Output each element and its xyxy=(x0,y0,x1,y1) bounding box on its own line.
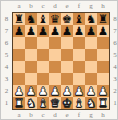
square-d6[interactable] xyxy=(49,37,61,49)
piece-black-pawn[interactable]: ♟ xyxy=(98,25,108,37)
square-e5[interactable] xyxy=(61,49,73,61)
square-c7[interactable]: ♟ xyxy=(37,25,49,37)
square-f4[interactable] xyxy=(73,61,85,73)
square-h6[interactable] xyxy=(97,37,109,49)
rank-label-2: 2 xyxy=(1,85,12,97)
rank-label-8: 8 xyxy=(111,13,118,25)
square-f6[interactable] xyxy=(73,37,85,49)
square-h7[interactable]: ♟ xyxy=(97,25,109,37)
square-c6[interactable] xyxy=(37,37,49,49)
square-c4[interactable] xyxy=(37,61,49,73)
piece-white-rook[interactable]: ♜ xyxy=(98,97,108,109)
rank-labels-left: 87654321 xyxy=(1,13,12,109)
square-b4[interactable] xyxy=(25,61,37,73)
file-label-b: b xyxy=(25,111,37,120)
file-label-f: f xyxy=(73,111,85,120)
square-a6[interactable] xyxy=(13,37,25,49)
square-a4[interactable] xyxy=(13,61,25,73)
rank-label-1: 1 xyxy=(1,97,12,109)
rank-label-5: 5 xyxy=(111,49,118,61)
piece-black-pawn[interactable]: ♟ xyxy=(26,25,36,37)
rank-label-6: 6 xyxy=(1,37,12,49)
rank-label-7: 7 xyxy=(111,25,118,37)
square-e7[interactable]: ♟ xyxy=(61,25,73,37)
square-h5[interactable] xyxy=(97,49,109,61)
square-b1[interactable]: ♞ xyxy=(25,97,37,109)
square-e4[interactable] xyxy=(61,61,73,73)
piece-white-queen[interactable]: ♛ xyxy=(50,97,60,109)
square-d1[interactable]: ♛ xyxy=(49,97,61,109)
file-label-f: f xyxy=(73,1,85,12)
file-label-b: b xyxy=(25,1,37,12)
piece-white-knight[interactable]: ♞ xyxy=(26,97,36,109)
piece-black-pawn[interactable]: ♟ xyxy=(74,25,84,37)
square-g4[interactable] xyxy=(85,61,97,73)
file-label-d: d xyxy=(49,1,61,12)
rank-label-6: 6 xyxy=(111,37,118,49)
square-h1[interactable]: ♜ xyxy=(97,97,109,109)
piece-black-pawn[interactable]: ♟ xyxy=(14,25,24,37)
file-label-a: a xyxy=(13,1,25,12)
piece-black-pawn[interactable]: ♟ xyxy=(50,25,60,37)
piece-white-bishop[interactable]: ♝ xyxy=(38,97,48,109)
chess-board-widget: abcdefgh 87654321 87654321 ♜♞♝♛♚♝♞♜♟♟♟♟♟… xyxy=(0,0,118,120)
rank-label-2: 2 xyxy=(111,85,118,97)
square-b7[interactable]: ♟ xyxy=(25,25,37,37)
square-a5[interactable] xyxy=(13,49,25,61)
file-label-g: g xyxy=(85,1,97,12)
file-labels-top: abcdefgh xyxy=(13,1,109,12)
square-h4[interactable] xyxy=(97,61,109,73)
square-g6[interactable] xyxy=(85,37,97,49)
file-label-c: c xyxy=(37,111,49,120)
rank-label-3: 3 xyxy=(1,73,12,85)
square-f5[interactable] xyxy=(73,49,85,61)
rank-label-8: 8 xyxy=(1,13,12,25)
square-b5[interactable] xyxy=(25,49,37,61)
square-g1[interactable]: ♞ xyxy=(85,97,97,109)
file-labels-bottom: abcdefgh xyxy=(13,111,109,120)
piece-white-knight[interactable]: ♞ xyxy=(86,97,96,109)
file-label-h: h xyxy=(97,111,109,120)
square-c5[interactable] xyxy=(37,49,49,61)
rank-label-4: 4 xyxy=(1,61,12,73)
square-e1[interactable]: ♚ xyxy=(61,97,73,109)
square-c1[interactable]: ♝ xyxy=(37,97,49,109)
file-label-a: a xyxy=(13,111,25,120)
rank-label-5: 5 xyxy=(1,49,12,61)
rank-labels-right: 87654321 xyxy=(111,13,118,109)
piece-black-pawn[interactable]: ♟ xyxy=(86,25,96,37)
square-d7[interactable]: ♟ xyxy=(49,25,61,37)
piece-black-pawn[interactable]: ♟ xyxy=(62,25,72,37)
square-f7[interactable]: ♟ xyxy=(73,25,85,37)
chess-board: ♜♞♝♛♚♝♞♜♟♟♟♟♟♟♟♟♟♟♟♟♟♟♟♟♜♞♝♛♚♝♞♜ xyxy=(12,12,110,110)
rank-label-4: 4 xyxy=(111,61,118,73)
square-e6[interactable] xyxy=(61,37,73,49)
square-a7[interactable]: ♟ xyxy=(13,25,25,37)
rank-label-1: 1 xyxy=(111,97,118,109)
square-g5[interactable] xyxy=(85,49,97,61)
square-a1[interactable]: ♜ xyxy=(13,97,25,109)
square-d4[interactable] xyxy=(49,61,61,73)
piece-white-rook[interactable]: ♜ xyxy=(14,97,24,109)
file-label-e: e xyxy=(61,111,73,120)
rank-label-3: 3 xyxy=(111,73,118,85)
file-label-d: d xyxy=(49,111,61,120)
square-b6[interactable] xyxy=(25,37,37,49)
rank-label-7: 7 xyxy=(1,25,12,37)
piece-black-pawn[interactable]: ♟ xyxy=(38,25,48,37)
file-label-c: c xyxy=(37,1,49,12)
piece-white-bishop[interactable]: ♝ xyxy=(74,97,84,109)
square-f1[interactable]: ♝ xyxy=(73,97,85,109)
file-label-e: e xyxy=(61,1,73,12)
square-g7[interactable]: ♟ xyxy=(85,25,97,37)
file-label-g: g xyxy=(85,111,97,120)
file-label-h: h xyxy=(97,1,109,12)
square-d5[interactable] xyxy=(49,49,61,61)
piece-white-king[interactable]: ♚ xyxy=(62,97,72,109)
